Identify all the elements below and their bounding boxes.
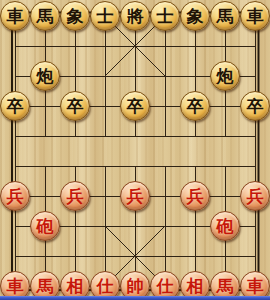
board-point[interactable] [180,241,210,271]
board-point[interactable] [210,91,240,121]
board-point[interactable] [120,31,150,61]
board-point[interactable] [90,91,120,121]
board-point[interactable] [120,241,150,271]
board-point[interactable] [120,61,150,91]
board-point[interactable] [150,211,180,241]
board-point[interactable] [180,61,210,91]
piece-black-elephant[interactable]: 象 [60,1,90,31]
board-point[interactable] [240,121,270,151]
board-point[interactable] [60,31,90,61]
board-point[interactable] [150,121,180,151]
board-point[interactable] [90,121,120,151]
board-point[interactable] [150,61,180,91]
board-point[interactable] [90,241,120,271]
piece-black-horse[interactable]: 馬 [30,1,60,31]
board-point[interactable] [150,241,180,271]
board-point[interactable] [210,121,240,151]
board-point[interactable] [30,181,60,211]
board-point[interactable] [240,211,270,241]
piece-black-cannon[interactable]: 炮 [210,61,240,91]
board-point[interactable] [90,211,120,241]
board-point[interactable] [210,241,240,271]
piece-black-cannon[interactable]: 炮 [30,61,60,91]
board-point[interactable] [30,241,60,271]
piece-black-chariot[interactable]: 車 [0,1,30,31]
board-point[interactable] [30,121,60,151]
board-point[interactable] [120,121,150,151]
board-point[interactable] [150,91,180,121]
board-point[interactable] [210,151,240,181]
piece-black-soldier[interactable]: 卒 [240,91,270,121]
board-point[interactable] [60,211,90,241]
board-point[interactable] [240,241,270,271]
xiangqi-board: 車馬象士將士象馬車炮炮卒卒卒卒卒兵兵兵兵兵砲砲車馬相仕帥仕相馬車 [0,0,270,300]
piece-black-horse[interactable]: 馬 [210,1,240,31]
board-point[interactable] [90,151,120,181]
piece-black-general[interactable]: 將 [120,1,150,31]
board-grid: 車馬象士將士象馬車炮炮卒卒卒卒卒兵兵兵兵兵砲砲車馬相仕帥仕相馬車 [0,1,270,300]
board-point[interactable] [30,151,60,181]
board-point[interactable] [180,151,210,181]
piece-black-elephant[interactable]: 象 [180,1,210,31]
board-point[interactable] [150,151,180,181]
piece-black-soldier[interactable]: 卒 [0,91,30,121]
piece-black-advisor[interactable]: 士 [90,1,120,31]
board-point[interactable] [120,151,150,181]
board-point[interactable] [120,211,150,241]
board-point[interactable] [60,121,90,151]
piece-black-soldier[interactable]: 卒 [60,91,90,121]
piece-red-cannon[interactable]: 砲 [210,211,240,241]
board-point[interactable] [90,61,120,91]
piece-red-soldier[interactable]: 兵 [120,181,150,211]
piece-red-soldier[interactable]: 兵 [60,181,90,211]
board-point[interactable] [210,181,240,211]
board-point[interactable] [90,31,120,61]
board-point[interactable] [0,121,30,151]
board-point[interactable] [0,151,30,181]
piece-black-soldier[interactable]: 卒 [120,91,150,121]
piece-red-cannon[interactable]: 砲 [30,211,60,241]
board-point[interactable] [0,61,30,91]
piece-red-soldier[interactable]: 兵 [0,181,30,211]
board-point[interactable] [30,91,60,121]
board-point[interactable] [150,181,180,211]
board-point[interactable] [240,31,270,61]
board-point[interactable] [180,31,210,61]
board-point[interactable] [240,61,270,91]
window-bottom-border [0,296,270,300]
board-point[interactable] [150,31,180,61]
board-point[interactable] [90,181,120,211]
board-point[interactable] [0,241,30,271]
board-point[interactable] [30,31,60,61]
board-point[interactable] [180,211,210,241]
board-point[interactable] [0,211,30,241]
board-point[interactable] [60,61,90,91]
board-point[interactable] [180,121,210,151]
piece-black-advisor[interactable]: 士 [150,1,180,31]
piece-black-chariot[interactable]: 車 [240,1,270,31]
board-point[interactable] [240,151,270,181]
piece-red-soldier[interactable]: 兵 [180,181,210,211]
piece-black-soldier[interactable]: 卒 [180,91,210,121]
board-point[interactable] [210,31,240,61]
board-point[interactable] [60,151,90,181]
board-point[interactable] [60,241,90,271]
board-point[interactable] [0,31,30,61]
piece-red-soldier[interactable]: 兵 [240,181,270,211]
